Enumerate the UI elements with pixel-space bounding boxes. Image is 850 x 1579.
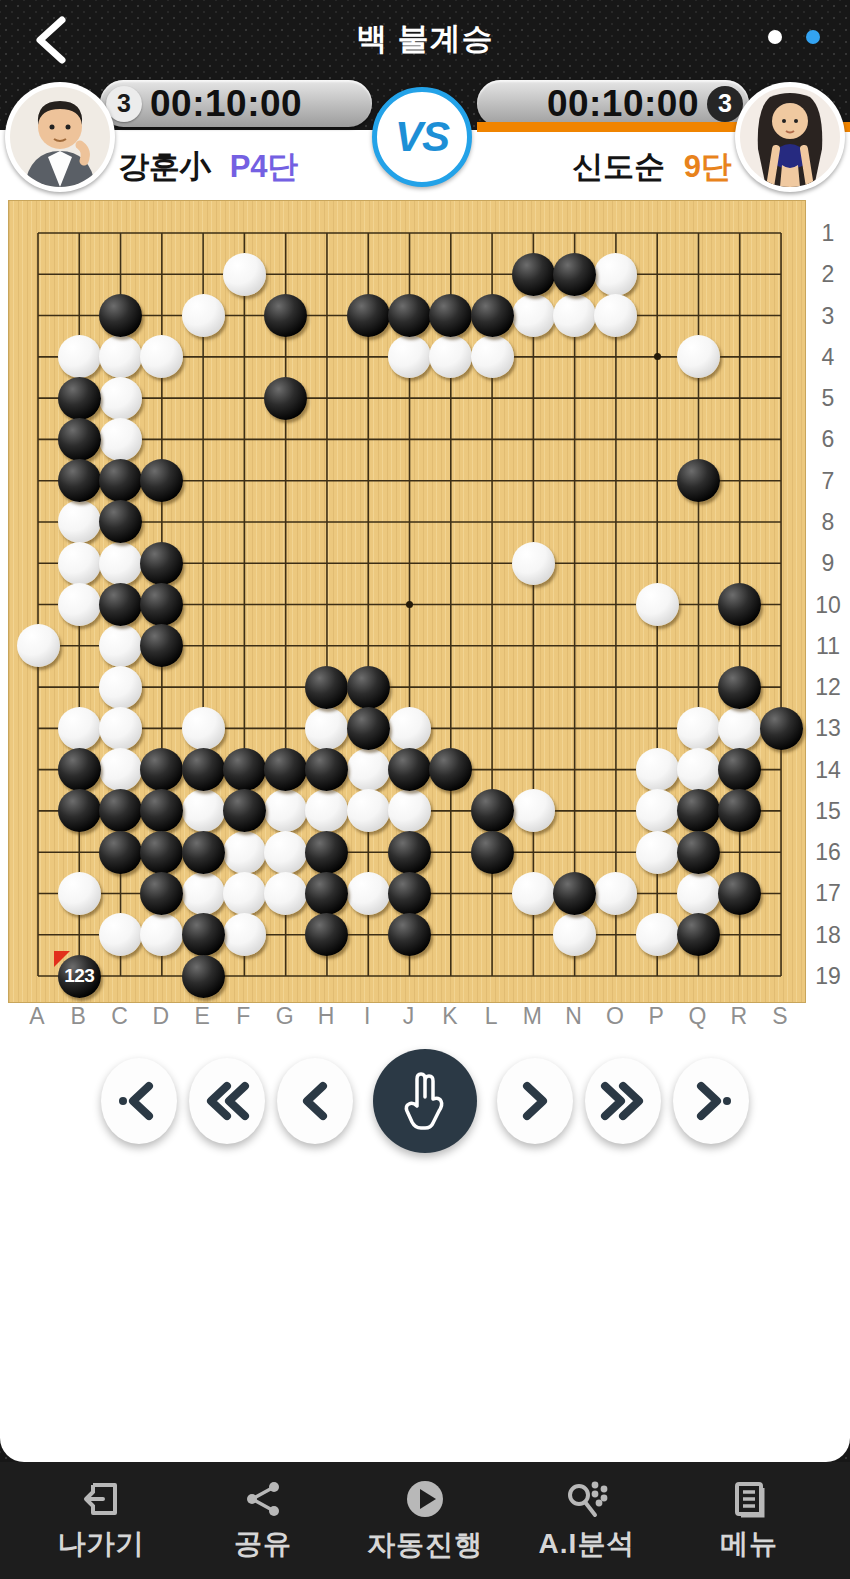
go-board[interactable]: 123 (8, 200, 806, 1003)
white-stone-E17 (182, 872, 225, 915)
white-stone-C6 (99, 418, 142, 461)
column-label-E: E (187, 1003, 217, 1030)
exit-button[interactable]: 나가기 (36, 1479, 166, 1563)
nav-to-end-button[interactable] (673, 1058, 749, 1144)
black-stone-B6 (58, 418, 101, 461)
white-stone-Q4 (677, 335, 720, 378)
row-label-18: 18 (806, 922, 850, 946)
autoplay-icon (404, 1478, 446, 1520)
black-stone-E14 (182, 748, 225, 791)
page-dot-1[interactable] (768, 30, 782, 44)
white-stone-A11 (17, 624, 60, 667)
white-stone-M15 (512, 789, 555, 832)
page-title: 백 불계승 (0, 18, 850, 60)
column-label-R: R (724, 1003, 754, 1030)
black-stone-J16 (388, 831, 431, 874)
white-stone-R13 (718, 707, 761, 750)
white-player-name-row: 신도순 9단 (572, 146, 732, 188)
black-stone-I12 (347, 666, 390, 709)
white-player-name: 신도순 (572, 149, 665, 184)
column-label-K: K (435, 1003, 465, 1030)
white-stone-B9 (58, 542, 101, 585)
white-stone-G17 (264, 872, 307, 915)
white-stone-F18 (223, 913, 266, 956)
black-stone-J18 (388, 913, 431, 956)
white-stone-E13 (182, 707, 225, 750)
row-label-6: 6 (806, 426, 850, 450)
white-stone-C18 (99, 913, 142, 956)
black-stone-M2 (512, 253, 555, 296)
black-stone-L3 (471, 294, 514, 337)
white-stone-I15 (347, 789, 390, 832)
white-stone-P10 (636, 583, 679, 626)
white-stone-J13 (388, 707, 431, 750)
bottom-toolbar: 나가기 공유 자동진행 A.I분석 (0, 1462, 850, 1579)
row-label-15: 15 (806, 798, 850, 822)
page-indicator[interactable] (768, 30, 820, 44)
black-stone-Q16 (677, 831, 720, 874)
black-stone-Q18 (677, 913, 720, 956)
row-label-9: 9 (806, 550, 850, 574)
white-stone-P18 (636, 913, 679, 956)
white-stone-L4 (471, 335, 514, 378)
column-label-H: H (311, 1003, 341, 1030)
black-stone-J17 (388, 872, 431, 915)
black-stone-B7 (58, 459, 101, 502)
black-player-name-row: 강훈小 P4단 (118, 146, 299, 188)
white-stone-I14 (347, 748, 390, 791)
menu-icon (729, 1479, 769, 1519)
nav-back-fast-button[interactable] (189, 1058, 265, 1144)
black-stone-L16 (471, 831, 514, 874)
star-point (406, 601, 413, 608)
black-stone-S13 (760, 707, 803, 750)
white-stone-F2 (223, 253, 266, 296)
white-stone-C5 (99, 377, 142, 420)
nav-to-start-button[interactable] (101, 1058, 177, 1144)
column-label-C: C (105, 1003, 135, 1030)
ai-analysis-icon (565, 1479, 609, 1519)
row-label-19: 19 (806, 963, 850, 987)
white-stone-P16 (636, 831, 679, 874)
white-stone-B4 (58, 335, 101, 378)
white-stone-B8 (58, 500, 101, 543)
white-stone-P14 (636, 748, 679, 791)
row-label-14: 14 (806, 757, 850, 781)
star-point (654, 353, 661, 360)
row-label-1: 1 (806, 220, 850, 244)
black-stone-I13 (347, 707, 390, 750)
black-stone-R12 (718, 666, 761, 709)
black-stone-C3 (99, 294, 142, 337)
row-label-5: 5 (806, 385, 850, 409)
black-stone-B5 (58, 377, 101, 420)
black-stone-Q7 (677, 459, 720, 502)
top-bar: 백 불계승 (0, 0, 850, 80)
app-screen: 백 불계승 3 00:10:00 00:10:00 3 (0, 0, 850, 1579)
white-stone-C14 (99, 748, 142, 791)
white-stone-B10 (58, 583, 101, 626)
column-label-J: J (394, 1003, 424, 1030)
white-stone-E15 (182, 789, 225, 832)
column-label-L: L (476, 1003, 506, 1030)
column-label-O: O (600, 1003, 630, 1030)
row-label-7: 7 (806, 468, 850, 492)
white-stone-M17 (512, 872, 555, 915)
black-stone-N2 (553, 253, 596, 296)
column-label-D: D (146, 1003, 176, 1030)
column-label-P: P (641, 1003, 671, 1030)
ai-analysis-button[interactable]: A.I분석 (522, 1479, 652, 1563)
black-stone-C16 (99, 831, 142, 874)
black-stone-F14 (223, 748, 266, 791)
column-label-G: G (270, 1003, 300, 1030)
black-stone-R17 (718, 872, 761, 915)
column-label-M: M (517, 1003, 547, 1030)
row-label-2: 2 (806, 261, 850, 285)
white-stone-E3 (182, 294, 225, 337)
black-stone-F15 (223, 789, 266, 832)
white-stone-M3 (512, 294, 555, 337)
autoplay-button[interactable]: 자동진행 (360, 1478, 490, 1564)
white-stone-C9 (99, 542, 142, 585)
nav-forward-one-button[interactable] (497, 1058, 573, 1144)
white-stone-P15 (636, 789, 679, 832)
black-byoyomi-badge: 3 (106, 86, 142, 122)
black-stone-J3 (388, 294, 431, 337)
white-stone-O2 (594, 253, 637, 296)
black-stone-B19: 123 (58, 955, 101, 998)
black-stone-C10 (99, 583, 142, 626)
white-byoyomi-badge: 3 (707, 86, 743, 122)
black-clock-time: 00:10:00 (150, 83, 302, 125)
board-column-labels: ABCDEFGHIJKLMNOPQRS (8, 1003, 806, 1035)
row-label-16: 16 (806, 839, 850, 863)
white-stone-I17 (347, 872, 390, 915)
black-player-name: 강훈小 (118, 149, 211, 184)
nav-forward-fast-button[interactable] (585, 1058, 661, 1144)
black-stone-E18 (182, 913, 225, 956)
board-row-labels: 12345678910111213141516171819 (806, 200, 850, 1003)
white-stone-Q14 (677, 748, 720, 791)
row-label-4: 4 (806, 344, 850, 368)
row-label-17: 17 (806, 880, 850, 904)
exit-icon (81, 1479, 121, 1519)
page-dot-2[interactable] (806, 30, 820, 44)
white-stone-Q17 (677, 872, 720, 915)
black-stone-H16 (305, 831, 348, 874)
black-stone-B15 (58, 789, 101, 832)
white-stone-N3 (553, 294, 596, 337)
black-stone-I3 (347, 294, 390, 337)
menu-button[interactable]: 메뉴 (684, 1479, 814, 1563)
white-player-clock: 00:10:00 3 (477, 80, 749, 127)
white-clock-time: 00:10:00 (547, 83, 699, 125)
move-navigation (0, 1046, 850, 1156)
black-stone-G3 (264, 294, 307, 337)
player-names: 강훈小 P4단 신도순 9단 (0, 146, 850, 190)
black-stone-R10 (718, 583, 761, 626)
black-player-rank: P4단 (230, 149, 299, 184)
black-stone-B14 (58, 748, 101, 791)
black-stone-C7 (99, 459, 142, 502)
white-stone-B13 (58, 707, 101, 750)
black-stone-L15 (471, 789, 514, 832)
white-stone-C13 (99, 707, 142, 750)
share-button[interactable]: 공유 (198, 1479, 328, 1563)
nav-hand-play-button[interactable] (373, 1049, 477, 1153)
white-player-rank: 9단 (684, 149, 732, 184)
black-player-clock: 3 00:10:00 (100, 80, 372, 127)
nav-back-one-button[interactable] (277, 1058, 353, 1144)
row-label-12: 12 (806, 674, 850, 698)
column-label-F: F (228, 1003, 258, 1030)
black-stone-D17 (140, 872, 183, 915)
black-stone-D16 (140, 831, 183, 874)
row-label-13: 13 (806, 715, 850, 739)
column-label-I: I (352, 1003, 382, 1030)
black-stone-E19 (182, 955, 225, 998)
column-label-S: S (765, 1003, 795, 1030)
column-label-Q: Q (682, 1003, 712, 1030)
white-stone-Q13 (677, 707, 720, 750)
column-label-A: A (22, 1003, 52, 1030)
white-stone-F17 (223, 872, 266, 915)
white-stone-B17 (58, 872, 101, 915)
row-label-8: 8 (806, 509, 850, 533)
black-stone-J14 (388, 748, 431, 791)
white-stone-C12 (99, 666, 142, 709)
black-stone-D9 (140, 542, 183, 585)
last-move-number: 123 (64, 965, 94, 987)
white-stone-F16 (223, 831, 266, 874)
black-stone-H12 (305, 666, 348, 709)
two-finger-hand-icon (399, 1071, 451, 1131)
black-stone-N17 (553, 872, 596, 915)
black-stone-G5 (264, 377, 307, 420)
row-label-11: 11 (806, 633, 850, 657)
share-icon (243, 1479, 283, 1519)
column-label-N: N (559, 1003, 589, 1030)
white-stone-M9 (512, 542, 555, 585)
row-label-10: 10 (806, 592, 850, 616)
black-stone-E16 (182, 831, 225, 874)
row-label-3: 3 (806, 303, 850, 327)
column-label-B: B (63, 1003, 93, 1030)
black-stone-G14 (264, 748, 307, 791)
white-stone-G16 (264, 831, 307, 874)
